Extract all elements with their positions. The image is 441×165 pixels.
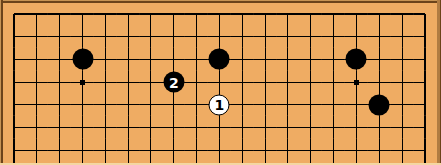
board-intersection bbox=[322, 116, 345, 139]
board-intersection bbox=[208, 25, 231, 48]
board-intersection bbox=[254, 139, 277, 162]
board-intersection bbox=[94, 139, 117, 162]
board-intersection bbox=[71, 25, 94, 48]
board-intersection bbox=[185, 3, 208, 25]
board-intersection bbox=[277, 71, 300, 94]
board-intersection bbox=[117, 48, 140, 71]
board-intersection bbox=[277, 48, 300, 71]
black-stone bbox=[72, 49, 93, 70]
board-intersection bbox=[94, 71, 117, 94]
board-intersection bbox=[3, 139, 25, 162]
board-intersection bbox=[345, 116, 368, 139]
board-intersection bbox=[368, 116, 391, 139]
board-intersection bbox=[117, 139, 140, 162]
board-intersection bbox=[117, 3, 140, 25]
board-intersection bbox=[3, 93, 25, 116]
board-intersection bbox=[3, 25, 25, 48]
black-stone bbox=[346, 49, 367, 70]
board-intersection bbox=[185, 93, 208, 116]
board-intersection bbox=[231, 116, 254, 139]
board-intersection bbox=[48, 116, 71, 139]
board-intersection bbox=[391, 139, 414, 162]
board-intersection bbox=[231, 48, 254, 71]
board-intersection bbox=[345, 3, 368, 25]
board-intersection bbox=[117, 116, 140, 139]
board-intersection bbox=[322, 25, 345, 48]
board-intersection bbox=[299, 3, 322, 25]
board-intersection bbox=[140, 3, 163, 25]
board-intersection bbox=[94, 48, 117, 71]
board-intersection bbox=[414, 116, 437, 139]
star-point bbox=[354, 80, 359, 85]
board-intersection bbox=[94, 116, 117, 139]
board-intersection bbox=[391, 3, 414, 25]
board-intersection: 1 bbox=[208, 93, 231, 116]
board-intersection bbox=[185, 48, 208, 71]
board-intersection bbox=[277, 139, 300, 162]
board-intersection bbox=[140, 139, 163, 162]
black-stone bbox=[369, 94, 390, 115]
board-intersection bbox=[368, 71, 391, 94]
board-intersection bbox=[414, 3, 437, 25]
board-intersection bbox=[231, 139, 254, 162]
board-intersection bbox=[25, 25, 48, 48]
board-clip-area: 21 bbox=[3, 3, 437, 163]
board-intersection bbox=[3, 3, 25, 25]
board-intersection bbox=[299, 139, 322, 162]
board-intersection bbox=[48, 71, 71, 94]
board-intersection bbox=[208, 48, 231, 71]
board-intersection bbox=[368, 25, 391, 48]
board-intersection bbox=[71, 71, 94, 94]
board-intersection bbox=[299, 71, 322, 94]
board-intersection bbox=[299, 25, 322, 48]
board-intersection bbox=[345, 71, 368, 94]
board-intersection bbox=[94, 3, 117, 25]
board-intersection bbox=[140, 25, 163, 48]
board-intersection bbox=[368, 3, 391, 25]
board-intersection bbox=[140, 93, 163, 116]
board-intersection bbox=[162, 93, 185, 116]
board-intersection bbox=[71, 48, 94, 71]
board-intersection bbox=[254, 116, 277, 139]
board-intersection bbox=[231, 93, 254, 116]
board-intersection bbox=[48, 25, 71, 48]
board-intersection bbox=[162, 48, 185, 71]
board-intersection bbox=[185, 116, 208, 139]
board-intersection bbox=[299, 93, 322, 116]
board-intersection bbox=[368, 93, 391, 116]
board-intersection bbox=[345, 93, 368, 116]
go-board: 21 bbox=[3, 3, 436, 163]
board-intersection bbox=[368, 139, 391, 162]
board-intersection bbox=[71, 93, 94, 116]
board-intersection bbox=[391, 116, 414, 139]
board-intersection bbox=[48, 3, 71, 25]
board-intersection bbox=[391, 48, 414, 71]
board-intersection bbox=[208, 139, 231, 162]
board-intersection bbox=[345, 139, 368, 162]
board-intersection bbox=[162, 25, 185, 48]
board-intersection bbox=[231, 3, 254, 25]
board-intersection bbox=[391, 25, 414, 48]
board-intersection bbox=[208, 71, 231, 94]
board-intersection bbox=[299, 116, 322, 139]
board-intersection bbox=[208, 3, 231, 25]
board-intersection bbox=[185, 139, 208, 162]
board-intersection bbox=[71, 139, 94, 162]
board-intersection bbox=[277, 3, 300, 25]
board-intersection bbox=[254, 3, 277, 25]
board-intersection bbox=[414, 93, 437, 116]
board-intersection bbox=[231, 71, 254, 94]
black-stone-move-2: 2 bbox=[163, 72, 184, 93]
board-frame-right bbox=[437, 0, 441, 165]
board-intersection bbox=[140, 71, 163, 94]
board-intersection bbox=[162, 3, 185, 25]
board-intersection bbox=[117, 93, 140, 116]
board-intersection bbox=[322, 48, 345, 71]
board-intersection bbox=[3, 71, 25, 94]
board-intersection bbox=[414, 71, 437, 94]
board-intersection bbox=[3, 48, 25, 71]
star-point bbox=[80, 80, 85, 85]
board-intersection bbox=[391, 93, 414, 116]
board-intersection bbox=[71, 116, 94, 139]
board-intersection bbox=[48, 93, 71, 116]
board-intersection bbox=[277, 93, 300, 116]
board-intersection bbox=[368, 48, 391, 71]
board-intersection bbox=[322, 93, 345, 116]
board-intersection bbox=[94, 93, 117, 116]
board-intersection bbox=[140, 116, 163, 139]
board-intersection bbox=[322, 139, 345, 162]
board-intersection bbox=[25, 93, 48, 116]
board-intersection bbox=[162, 139, 185, 162]
board-intersection bbox=[414, 25, 437, 48]
board-intersection bbox=[3, 116, 25, 139]
board-frame-left bbox=[0, 0, 3, 165]
board-intersection bbox=[322, 3, 345, 25]
white-stone-move-1: 1 bbox=[209, 94, 230, 115]
board-intersection bbox=[162, 116, 185, 139]
board-intersection bbox=[254, 93, 277, 116]
board-intersection bbox=[48, 139, 71, 162]
board-intersection bbox=[322, 71, 345, 94]
board-intersection bbox=[25, 3, 48, 25]
board-intersection bbox=[254, 25, 277, 48]
board-intersection bbox=[25, 48, 48, 71]
board-intersection bbox=[231, 25, 254, 48]
board-frame-top bbox=[0, 0, 441, 3]
board-intersection bbox=[299, 48, 322, 71]
board-frame-bottom bbox=[0, 163, 441, 165]
board-intersection bbox=[25, 71, 48, 94]
board-intersection bbox=[25, 139, 48, 162]
board-intersection: 2 bbox=[162, 71, 185, 94]
board-intersection bbox=[391, 71, 414, 94]
board-intersection bbox=[185, 25, 208, 48]
board-intersection bbox=[277, 25, 300, 48]
board-intersection bbox=[414, 139, 437, 162]
board-intersection bbox=[94, 25, 117, 48]
board-intersection bbox=[254, 71, 277, 94]
board-intersection bbox=[25, 116, 48, 139]
go-diagram: 21 bbox=[0, 0, 441, 165]
board-intersection bbox=[185, 71, 208, 94]
board-intersection bbox=[414, 48, 437, 71]
board-intersection bbox=[345, 48, 368, 71]
board-intersection bbox=[254, 48, 277, 71]
board-intersection bbox=[117, 25, 140, 48]
board-intersection bbox=[48, 48, 71, 71]
board-intersection bbox=[208, 116, 231, 139]
board-intersection bbox=[117, 71, 140, 94]
board-intersection bbox=[140, 48, 163, 71]
board-intersection bbox=[71, 3, 94, 25]
black-stone bbox=[209, 49, 230, 70]
board-intersection bbox=[277, 116, 300, 139]
board-intersection bbox=[345, 25, 368, 48]
